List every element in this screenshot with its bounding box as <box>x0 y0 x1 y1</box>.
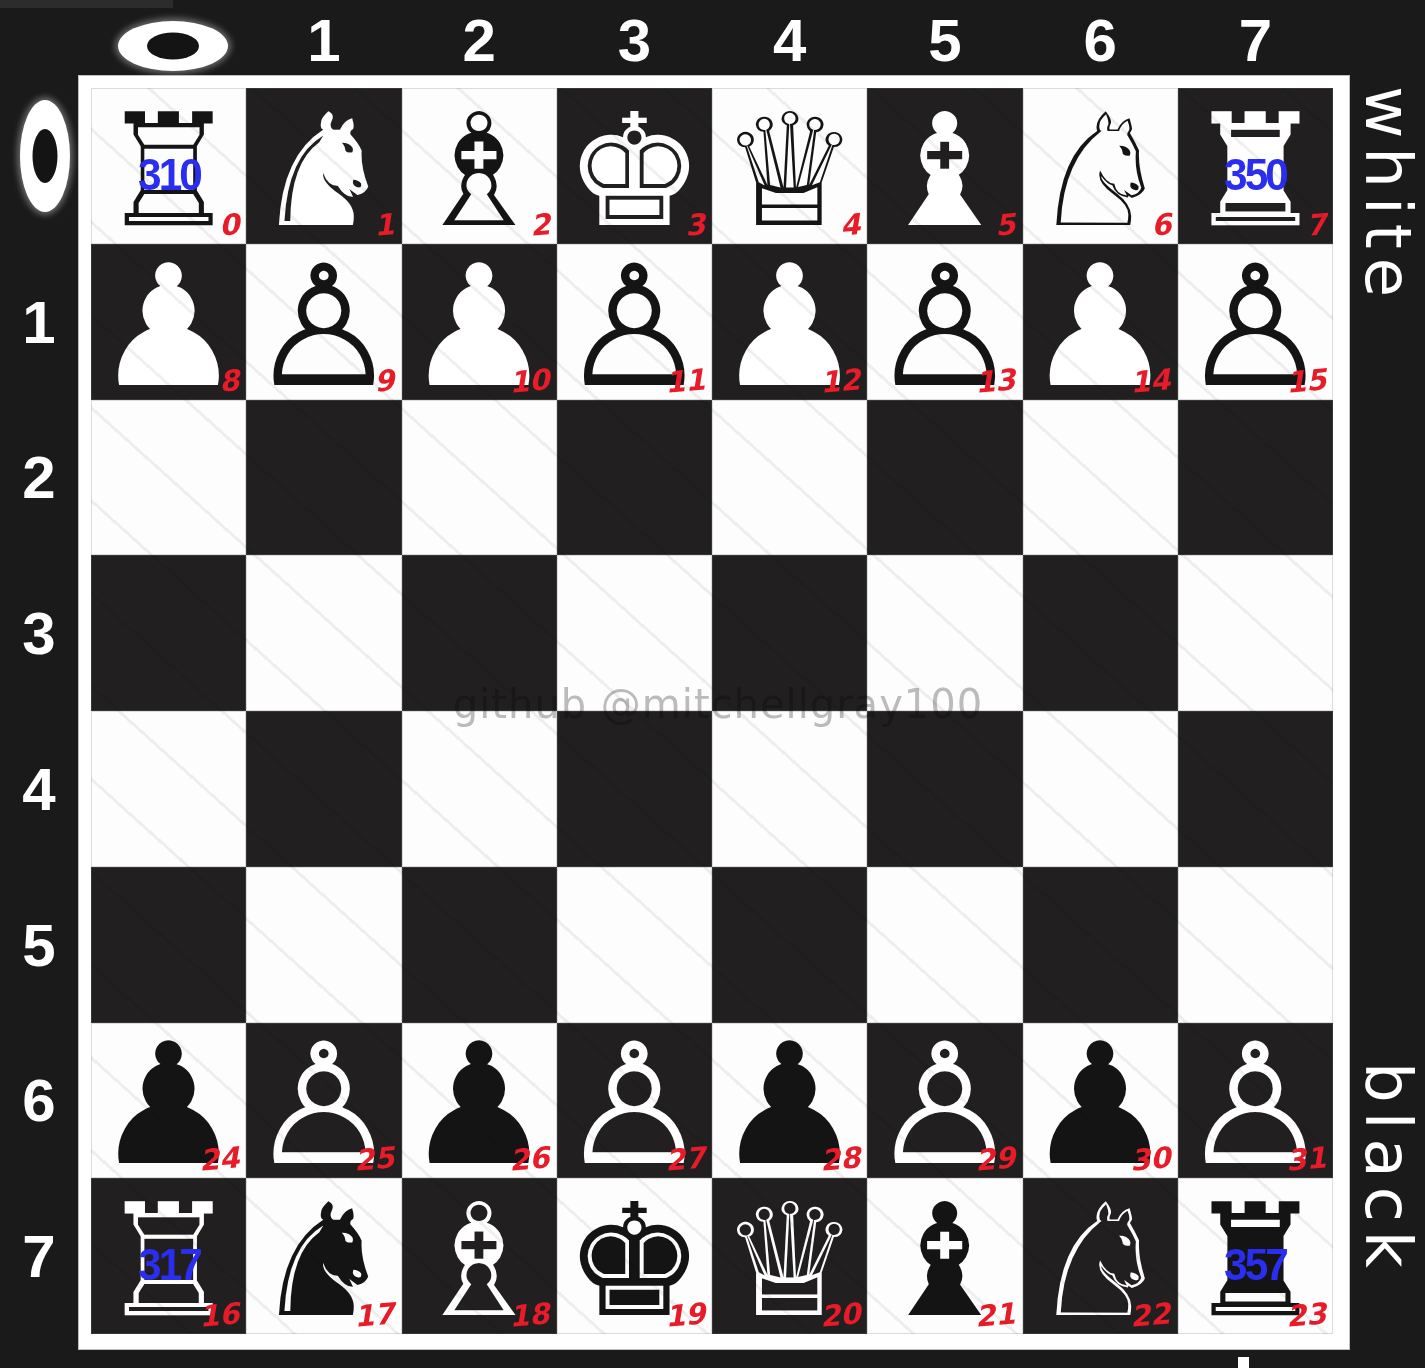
square-r6-c0[interactable]: ♟24 <box>91 1023 246 1179</box>
top-col-label-6: 6 <box>1083 6 1116 75</box>
square-index-label: 14 <box>1129 362 1172 399</box>
chess-board: ♖0310♞1♗2♚3♕4♝5♘6♜7350♟8♙9♟10♙11♟12♙13♟1… <box>91 88 1333 1334</box>
square-r5-c5[interactable] <box>867 867 1022 1023</box>
square-index-label: 12 <box>818 362 861 399</box>
chess-diagram: 1234567 1234567 ♖0310♞1♗2♚3♕4♝5♘6♜7350♟8… <box>0 0 1425 1368</box>
left-row-label-3: 3 <box>22 599 55 668</box>
black-pawn: ♙ <box>557 1027 712 1183</box>
top-col-label-5: 5 <box>928 6 961 75</box>
square-index-label: 4 <box>839 207 862 243</box>
square-r6-c5[interactable]: ♙29 <box>867 1023 1022 1179</box>
left-row-label-5: 5 <box>22 910 55 979</box>
square-index-label: 5 <box>994 207 1017 243</box>
square-r0-c6[interactable]: ♘6 <box>1023 88 1178 244</box>
square-index-label: 31 <box>1284 1141 1327 1178</box>
square-r1-c4[interactable]: ♟12 <box>712 244 867 400</box>
square-index-label: 10 <box>508 362 551 399</box>
left-row-label-7: 7 <box>22 1222 55 1291</box>
square-r6-c7[interactable]: ♙31 <box>1178 1023 1333 1179</box>
square-r7-c1[interactable]: ♞17 <box>246 1178 401 1334</box>
white-pawn: ♙ <box>557 248 712 404</box>
black-queen: ♕ <box>712 1183 867 1339</box>
square-index-label: 7 <box>1304 207 1327 243</box>
square-r2-c3[interactable] <box>557 400 712 556</box>
square-r7-c4[interactable]: ♕20 <box>712 1178 867 1334</box>
top-col-label-1: 1 <box>307 6 340 75</box>
white-pawn: ♟ <box>91 248 246 404</box>
square-index-label: 17 <box>353 1296 396 1333</box>
square-r1-c0[interactable]: ♟8 <box>91 244 246 400</box>
cropped-mark <box>1238 1357 1249 1368</box>
square-r5-c2[interactable] <box>402 867 557 1023</box>
white-rook: ♖ <box>91 93 246 249</box>
square-r3-c5[interactable] <box>867 555 1022 711</box>
square-r6-c3[interactable]: ♙27 <box>557 1023 712 1179</box>
square-index-label: 2 <box>528 207 551 243</box>
rook-value-label: 357 <box>1224 1239 1286 1291</box>
square-r7-c0[interactable]: ♖16317 <box>91 1178 246 1334</box>
square-index-label: 23 <box>1284 1296 1327 1333</box>
black-bishop: ♝ <box>867 1183 1022 1339</box>
square-r7-c2[interactable]: ♗18 <box>402 1178 557 1334</box>
black-pawn: ♟ <box>1023 1027 1178 1183</box>
square-r3-c2[interactable] <box>402 555 557 711</box>
square-r3-c7[interactable] <box>1178 555 1333 711</box>
square-r6-c1[interactable]: ♙25 <box>246 1023 401 1179</box>
square-r2-c5[interactable] <box>867 400 1022 556</box>
square-r6-c2[interactable]: ♟26 <box>402 1023 557 1179</box>
square-r0-c5[interactable]: ♝5 <box>867 88 1022 244</box>
square-r1-c2[interactable]: ♟10 <box>402 244 557 400</box>
square-r4-c4[interactable] <box>712 711 867 867</box>
square-r4-c6[interactable] <box>1023 711 1178 867</box>
rook-value-label: 350 <box>1224 149 1286 201</box>
oval-pupil <box>33 129 58 183</box>
black-knight: ♘ <box>1023 1183 1178 1339</box>
black-knight: ♞ <box>246 1183 401 1339</box>
square-r6-c4[interactable]: ♟28 <box>712 1023 867 1179</box>
square-index-label: 28 <box>818 1141 861 1178</box>
square-r0-c0[interactable]: ♖0310 <box>91 88 246 244</box>
square-r7-c3[interactable]: ♚19 <box>557 1178 712 1334</box>
square-index-label: 1 <box>373 207 396 243</box>
square-index-label: 11 <box>663 362 706 399</box>
corner-artifact <box>0 0 173 8</box>
left-row-label-4: 4 <box>22 754 55 823</box>
square-r0-c3[interactable]: ♚3 <box>557 88 712 244</box>
black-rook: ♜ <box>1178 1183 1333 1339</box>
white-knight: ♞ <box>246 93 401 249</box>
square-r0-c4[interactable]: ♕4 <box>712 88 867 244</box>
square-r5-c6[interactable] <box>1023 867 1178 1023</box>
zero-oval-top-icon <box>118 21 228 71</box>
square-r4-c2[interactable] <box>402 711 557 867</box>
square-r4-c7[interactable] <box>1178 711 1333 867</box>
square-r2-c0[interactable] <box>91 400 246 556</box>
square-r1-c6[interactable]: ♟14 <box>1023 244 1178 400</box>
top-col-label-4: 4 <box>773 6 806 75</box>
square-index-label: 6 <box>1149 207 1172 243</box>
square-r1-c5[interactable]: ♙13 <box>867 244 1022 400</box>
square-index-label: 21 <box>974 1296 1017 1333</box>
white-rook: ♜ <box>1178 93 1333 249</box>
left-row-label-6: 6 <box>22 1066 55 1135</box>
square-r1-c3[interactable]: ♙11 <box>557 244 712 400</box>
square-index-label: 20 <box>818 1296 861 1333</box>
square-r7-c6[interactable]: ♘22 <box>1023 1178 1178 1334</box>
square-r5-c1[interactable] <box>246 867 401 1023</box>
square-r3-c3[interactable] <box>557 555 712 711</box>
black-pawn: ♙ <box>246 1027 401 1183</box>
white-pawn: ♙ <box>1178 248 1333 404</box>
square-r3-c1[interactable] <box>246 555 401 711</box>
black-bishop: ♗ <box>402 1183 557 1339</box>
square-r5-c0[interactable] <box>91 867 246 1023</box>
black-king: ♚ <box>557 1183 712 1339</box>
square-r2-c2[interactable] <box>402 400 557 556</box>
black-side-label: black <box>1351 1062 1425 1277</box>
square-index-label: 25 <box>353 1141 396 1178</box>
left-row-label-2: 2 <box>22 443 55 512</box>
black-pawn: ♙ <box>1178 1027 1333 1183</box>
square-index-label: 16 <box>197 1296 240 1333</box>
rook-value-label: 310 <box>138 149 200 201</box>
square-index-label: 8 <box>218 363 241 399</box>
square-index-label: 27 <box>663 1141 706 1178</box>
oval-pupil <box>147 33 199 60</box>
white-pawn: ♟ <box>402 248 557 404</box>
black-pawn: ♟ <box>402 1027 557 1183</box>
square-index-label: 13 <box>974 362 1017 399</box>
square-r2-c1[interactable] <box>246 400 401 556</box>
white-pawn: ♙ <box>867 248 1022 404</box>
black-pawn: ♟ <box>712 1027 867 1183</box>
square-r1-c1[interactable]: ♙9 <box>246 244 401 400</box>
rook-value-label: 317 <box>138 1239 200 1291</box>
white-pawn: ♙ <box>246 248 401 404</box>
square-index-label: 15 <box>1284 362 1327 399</box>
square-r0-c2[interactable]: ♗2 <box>402 88 557 244</box>
white-knight: ♘ <box>1023 93 1178 249</box>
square-r7-c7[interactable]: ♜23357 <box>1178 1178 1333 1334</box>
white-bishop: ♗ <box>402 93 557 249</box>
square-r4-c1[interactable] <box>246 711 401 867</box>
left-row-label-1: 1 <box>22 287 55 356</box>
square-r1-c7[interactable]: ♙15 <box>1178 244 1333 400</box>
square-r2-c4[interactable] <box>712 400 867 556</box>
square-index-label: 22 <box>1129 1296 1172 1333</box>
square-r4-c3[interactable] <box>557 711 712 867</box>
square-index-label: 3 <box>683 207 706 243</box>
black-pawn: ♙ <box>867 1027 1022 1183</box>
square-index-label: 0 <box>218 207 241 243</box>
square-index-label: 26 <box>508 1141 551 1178</box>
square-index-label: 29 <box>974 1141 1017 1178</box>
square-r5-c4[interactable] <box>712 867 867 1023</box>
square-index-label: 24 <box>197 1141 240 1178</box>
square-r2-c7[interactable] <box>1178 400 1333 556</box>
square-index-label: 18 <box>508 1296 551 1333</box>
square-r4-c5[interactable] <box>867 711 1022 867</box>
white-side-label: white <box>1351 86 1425 306</box>
white-king: ♚ <box>557 93 712 249</box>
square-r5-c3[interactable] <box>557 867 712 1023</box>
black-pawn: ♟ <box>91 1027 246 1183</box>
square-r0-c7[interactable]: ♜7350 <box>1178 88 1333 244</box>
square-r6-c6[interactable]: ♟30 <box>1023 1023 1178 1179</box>
square-r3-c4[interactable] <box>712 555 867 711</box>
white-pawn: ♟ <box>1023 248 1178 404</box>
top-col-label-2: 2 <box>462 6 495 75</box>
square-r3-c6[interactable] <box>1023 555 1178 711</box>
square-index-label: 30 <box>1129 1141 1172 1178</box>
square-r3-c0[interactable] <box>91 555 246 711</box>
square-r5-c7[interactable] <box>1178 867 1333 1023</box>
square-r2-c6[interactable] <box>1023 400 1178 556</box>
square-r7-c5[interactable]: ♝21 <box>867 1178 1022 1334</box>
square-r4-c0[interactable] <box>91 711 246 867</box>
white-pawn: ♟ <box>712 248 867 404</box>
square-index-label: 9 <box>373 363 396 399</box>
black-rook: ♖ <box>91 1183 246 1339</box>
white-queen: ♕ <box>712 93 867 249</box>
white-bishop: ♝ <box>867 93 1022 249</box>
square-index-label: 19 <box>663 1296 706 1333</box>
square-r0-c1[interactable]: ♞1 <box>246 88 401 244</box>
top-col-label-3: 3 <box>618 6 651 75</box>
top-col-label-7: 7 <box>1239 6 1272 75</box>
zero-oval-left-icon <box>20 100 70 212</box>
